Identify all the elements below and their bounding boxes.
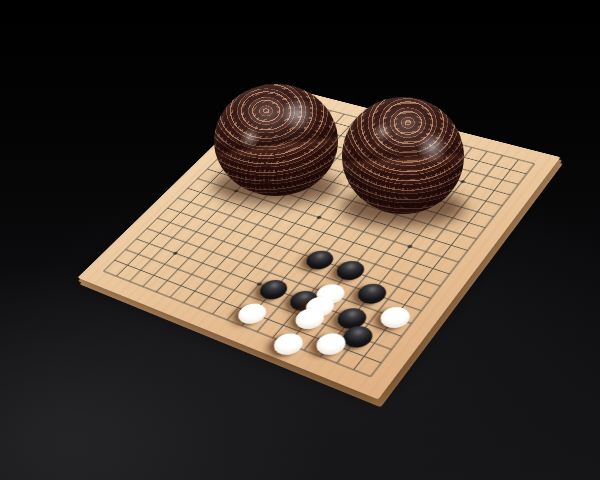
star-point — [407, 244, 413, 248]
star-point — [256, 282, 262, 286]
star-point — [172, 251, 178, 255]
star-point — [348, 316, 355, 321]
star-point — [460, 180, 466, 184]
scene-rotation-wrapper — [0, 0, 600, 480]
perspective-wrapper — [0, 0, 600, 480]
star-point — [316, 216, 322, 220]
go-bowl-left — [214, 84, 338, 196]
go-bowl-right — [342, 97, 464, 214]
go-set-photo — [0, 0, 600, 480]
